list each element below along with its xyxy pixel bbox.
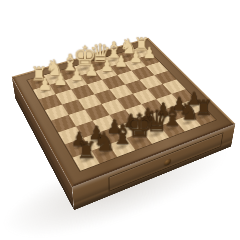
product-photo: ♜♞♝♚♛♝♞♜♟♟♟♟♟♟♟♟♟♟♟♟♟♟♟♟♜♞♝♚♛♝♞♜ xyxy=(0,0,240,240)
black-rook: ♜ xyxy=(63,139,109,162)
